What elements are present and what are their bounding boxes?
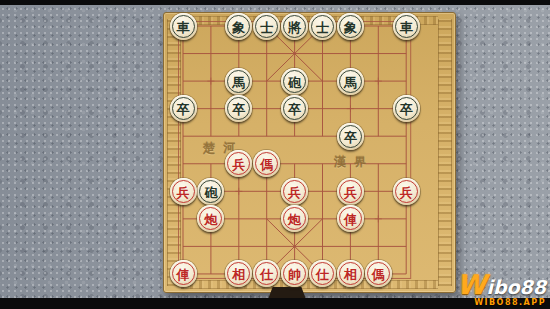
piece-red-soldier[interactable]: 兵 (393, 178, 420, 205)
piece-glyph: 仕 (316, 268, 329, 281)
xiangqi-board[interactable]: 楚河 漢界 車象士將士象車馬砲馬卒卒卒卒卒砲兵傌兵兵兵兵炮炮俥俥相仕帥仕相傌 (163, 12, 456, 293)
wibo88-rest-letters: ibo88 (486, 276, 546, 298)
piece-glyph: 砲 (204, 185, 217, 198)
piece-glyph: 車 (177, 20, 190, 33)
piece-glyph: 兵 (288, 185, 301, 198)
piece-black-elephant[interactable]: 象 (337, 13, 364, 40)
piece-glyph: 傌 (260, 158, 273, 171)
piece-black-horse[interactable]: 馬 (337, 68, 364, 95)
piece-black-cannon[interactable]: 砲 (197, 178, 224, 205)
piece-glyph: 將 (288, 20, 301, 33)
piece-black-chariot[interactable]: 車 (170, 13, 197, 40)
piece-black-soldier[interactable]: 卒 (337, 123, 364, 150)
piece-red-soldier[interactable]: 兵 (170, 178, 197, 205)
piece-glyph: 卒 (288, 103, 301, 116)
piece-black-advisor[interactable]: 士 (309, 13, 336, 40)
piece-glyph: 帥 (288, 268, 301, 281)
piece-glyph: 士 (316, 20, 329, 33)
piece-black-soldier[interactable]: 卒 (393, 95, 420, 122)
piece-glyph: 馬 (232, 75, 245, 88)
piece-glyph: 俥 (344, 213, 357, 226)
piece-glyph: 馬 (344, 75, 357, 88)
wibo88-wordmark: Wibo88 (457, 271, 546, 298)
piece-glyph: 俥 (177, 268, 190, 281)
piece-red-soldier[interactable]: 兵 (281, 178, 308, 205)
piece-glyph: 卒 (177, 103, 190, 116)
piece-glyph: 兵 (177, 185, 190, 198)
piece-black-chariot[interactable]: 車 (393, 13, 420, 40)
piece-glyph: 卒 (344, 130, 357, 143)
piece-glyph: 相 (232, 268, 245, 281)
wibo88-w-letter: W (457, 269, 487, 300)
piece-black-horse[interactable]: 馬 (225, 68, 252, 95)
piece-glyph: 炮 (204, 213, 217, 226)
piece-red-soldier[interactable]: 兵 (337, 178, 364, 205)
piece-glyph: 卒 (400, 103, 413, 116)
piece-glyph: 兵 (232, 158, 245, 171)
piece-black-soldier[interactable]: 卒 (170, 95, 197, 122)
piece-glyph: 相 (344, 268, 357, 281)
piece-glyph: 士 (260, 20, 273, 33)
letterbox-top-bar (0, 0, 550, 5)
piece-glyph: 車 (400, 20, 413, 33)
piece-black-general[interactable]: 將 (281, 13, 308, 40)
piece-glyph: 傌 (372, 268, 385, 281)
piece-black-cannon[interactable]: 砲 (281, 68, 308, 95)
piece-glyph: 卒 (232, 103, 245, 116)
piece-glyph: 兵 (344, 185, 357, 198)
piece-glyph: 兵 (400, 185, 413, 198)
piece-black-advisor[interactable]: 士 (253, 13, 280, 40)
piece-red-chariot[interactable]: 俥 (170, 260, 197, 287)
piece-glyph: 象 (344, 20, 357, 33)
piece-glyph: 象 (232, 20, 245, 33)
piece-glyph: 砲 (288, 75, 301, 88)
piece-glyph: 炮 (288, 213, 301, 226)
wibo88-app-subtitle: WIBO88.APP (457, 299, 546, 309)
piece-glyph: 仕 (260, 268, 273, 281)
scene: 楚河 漢界 車象士將士象車馬砲馬卒卒卒卒卒砲兵傌兵兵兵兵炮炮俥俥相仕帥仕相傌 W… (0, 0, 550, 309)
wibo88-watermark: Wibo88 WIBO88.APP (457, 271, 546, 309)
piece-black-elephant[interactable]: 象 (225, 13, 252, 40)
river-label-han-jie: 漢界 (334, 154, 374, 171)
